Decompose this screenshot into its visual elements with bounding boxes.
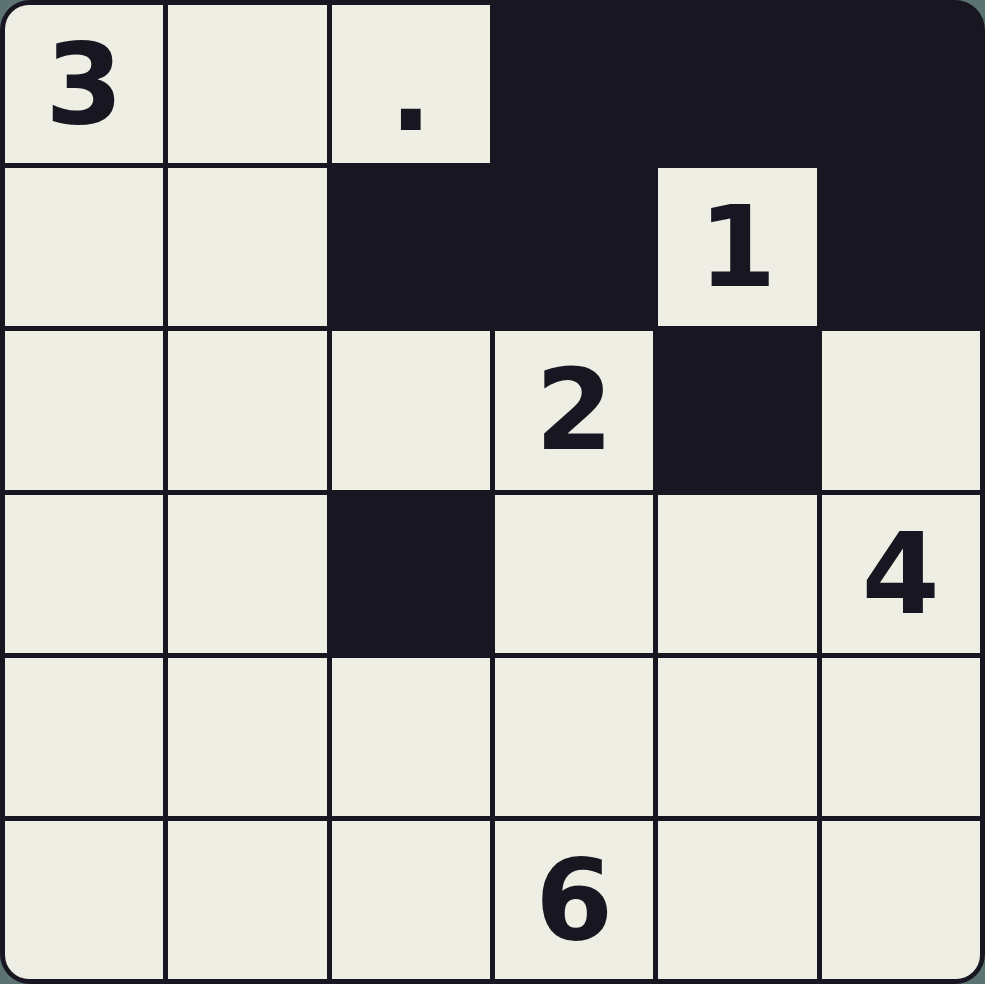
cell-r2c5[interactable]: 1 (658, 168, 816, 326)
puzzle-stage: 3.1246 (0, 0, 985, 984)
puzzle-board: 3.1246 (0, 0, 985, 984)
cell-r6c3[interactable] (332, 821, 490, 979)
cell-r5c4[interactable] (495, 658, 653, 816)
cell-r5c1[interactable] (5, 658, 163, 816)
cell-r4c6[interactable]: 4 (822, 495, 980, 653)
cell-r4c4[interactable] (495, 495, 653, 653)
cell-r1c2[interactable] (168, 5, 326, 163)
cell-r5c5[interactable] (658, 658, 816, 816)
cell-r5c2[interactable] (168, 658, 326, 816)
cell-r1c6[interactable] (822, 5, 980, 163)
cell-r3c5[interactable] (658, 331, 816, 489)
cell-r6c1[interactable] (5, 821, 163, 979)
cell-r3c2[interactable] (168, 331, 326, 489)
cell-r4c1[interactable] (5, 495, 163, 653)
cell-r4c3[interactable] (332, 495, 490, 653)
cell-r3c1[interactable] (5, 331, 163, 489)
cell-r3c4[interactable]: 2 (495, 331, 653, 489)
cell-r1c5[interactable] (658, 5, 816, 163)
cell-r3c6[interactable] (822, 331, 980, 489)
cell-r2c4[interactable] (495, 168, 653, 326)
cell-r6c6[interactable] (822, 821, 980, 979)
cell-r4c2[interactable] (168, 495, 326, 653)
cell-r2c2[interactable] (168, 168, 326, 326)
cell-r2c3[interactable] (332, 168, 490, 326)
cell-r4c5[interactable] (658, 495, 816, 653)
cell-r1c4[interactable] (495, 5, 653, 163)
cell-r2c1[interactable] (5, 168, 163, 326)
cell-r1c3[interactable]: . (332, 5, 490, 163)
cell-r1c1[interactable]: 3 (5, 5, 163, 163)
cell-r6c2[interactable] (168, 821, 326, 979)
cell-r5c3[interactable] (332, 658, 490, 816)
cell-r3c3[interactable] (332, 331, 490, 489)
cell-r6c4[interactable]: 6 (495, 821, 653, 979)
cell-r2c6[interactable] (822, 168, 980, 326)
cell-r6c5[interactable] (658, 821, 816, 979)
cell-r5c6[interactable] (822, 658, 980, 816)
